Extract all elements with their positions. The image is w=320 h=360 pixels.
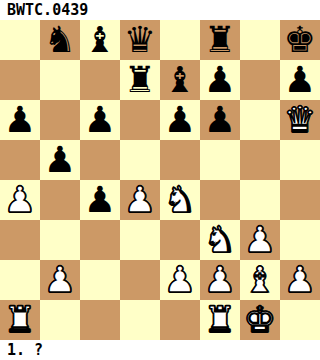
square-f3[interactable]: ♞ [200, 220, 240, 260]
square-g6[interactable] [240, 100, 280, 140]
square-f2[interactable]: ♟ [200, 260, 240, 300]
square-b2[interactable]: ♟ [40, 260, 80, 300]
black-knight[interactable]: ♞ [44, 20, 76, 60]
square-e4[interactable]: ♞ [160, 180, 200, 220]
black-pawn[interactable]: ♟ [164, 100, 196, 140]
white-pawn[interactable]: ♟ [164, 260, 196, 300]
black-pawn[interactable]: ♟ [204, 100, 236, 140]
square-c7[interactable] [80, 60, 120, 100]
square-d7[interactable]: ♜ [120, 60, 160, 100]
white-queen[interactable]: ♛ [284, 100, 316, 140]
square-h3[interactable] [280, 220, 320, 260]
black-bishop[interactable]: ♝ [84, 20, 116, 60]
square-c3[interactable] [80, 220, 120, 260]
square-f8[interactable]: ♜ [200, 20, 240, 60]
white-pawn[interactable]: ♟ [244, 220, 276, 260]
square-c5[interactable] [80, 140, 120, 180]
square-b5[interactable]: ♟ [40, 140, 80, 180]
black-pawn[interactable]: ♟ [84, 100, 116, 140]
white-rook[interactable]: ♜ [4, 300, 36, 340]
square-a8[interactable] [0, 20, 40, 60]
white-rook[interactable]: ♜ [204, 300, 236, 340]
square-d8[interactable]: ♛ [120, 20, 160, 60]
square-c1[interactable] [80, 300, 120, 340]
black-pawn[interactable]: ♟ [44, 140, 76, 180]
square-d5[interactable] [120, 140, 160, 180]
white-pawn[interactable]: ♟ [44, 260, 76, 300]
square-h8[interactable]: ♚ [280, 20, 320, 60]
black-pawn[interactable]: ♟ [4, 100, 36, 140]
square-a7[interactable] [0, 60, 40, 100]
square-d3[interactable] [120, 220, 160, 260]
white-bishop[interactable]: ♝ [244, 260, 276, 300]
square-f1[interactable]: ♜ [200, 300, 240, 340]
square-d4[interactable]: ♟ [120, 180, 160, 220]
white-pawn[interactable]: ♟ [124, 180, 156, 220]
square-c2[interactable] [80, 260, 120, 300]
black-rook[interactable]: ♜ [204, 20, 236, 60]
square-d1[interactable] [120, 300, 160, 340]
square-a3[interactable] [0, 220, 40, 260]
square-b3[interactable] [40, 220, 80, 260]
black-pawn[interactable]: ♟ [284, 60, 316, 100]
square-a4[interactable]: ♟ [0, 180, 40, 220]
square-e7[interactable]: ♝ [160, 60, 200, 100]
square-g2[interactable]: ♝ [240, 260, 280, 300]
square-c4[interactable]: ♟ [80, 180, 120, 220]
square-h2[interactable]: ♟ [280, 260, 320, 300]
square-e3[interactable] [160, 220, 200, 260]
move-prompt: 1. ? [0, 340, 43, 360]
white-pawn[interactable]: ♟ [204, 260, 236, 300]
square-e6[interactable]: ♟ [160, 100, 200, 140]
square-g8[interactable] [240, 20, 280, 60]
square-e8[interactable] [160, 20, 200, 60]
square-g4[interactable] [240, 180, 280, 220]
chess-board: ♞♝♛♜♚♜♝♟♟♟♟♟♟♛♟♟♟♟♞♞♟♟♟♟♝♟♜♜♚ [0, 20, 320, 340]
white-king[interactable]: ♚ [244, 300, 276, 340]
square-c6[interactable]: ♟ [80, 100, 120, 140]
square-c8[interactable]: ♝ [80, 20, 120, 60]
black-queen[interactable]: ♛ [124, 20, 156, 60]
black-rook[interactable]: ♜ [124, 60, 156, 100]
diagram-footer: 1. ? [0, 340, 320, 360]
square-g3[interactable]: ♟ [240, 220, 280, 260]
square-e1[interactable] [160, 300, 200, 340]
square-b7[interactable] [40, 60, 80, 100]
square-h7[interactable]: ♟ [280, 60, 320, 100]
square-b1[interactable] [40, 300, 80, 340]
square-a2[interactable] [0, 260, 40, 300]
square-g7[interactable] [240, 60, 280, 100]
square-d2[interactable] [120, 260, 160, 300]
diagram-header: BWTC.0439 [0, 0, 320, 20]
square-b6[interactable] [40, 100, 80, 140]
square-b4[interactable] [40, 180, 80, 220]
white-pawn[interactable]: ♟ [284, 260, 316, 300]
white-knight[interactable]: ♞ [204, 220, 236, 260]
square-f7[interactable]: ♟ [200, 60, 240, 100]
square-a1[interactable]: ♜ [0, 300, 40, 340]
black-pawn[interactable]: ♟ [84, 180, 116, 220]
puzzle-title: BWTC.0439 [0, 0, 88, 20]
square-f6[interactable]: ♟ [200, 100, 240, 140]
black-king[interactable]: ♚ [284, 20, 316, 60]
square-d6[interactable] [120, 100, 160, 140]
square-h6[interactable]: ♛ [280, 100, 320, 140]
square-b8[interactable]: ♞ [40, 20, 80, 60]
square-f4[interactable] [200, 180, 240, 220]
square-f5[interactable] [200, 140, 240, 180]
white-knight[interactable]: ♞ [164, 180, 196, 220]
square-h4[interactable] [280, 180, 320, 220]
square-h5[interactable] [280, 140, 320, 180]
square-e5[interactable] [160, 140, 200, 180]
square-e2[interactable]: ♟ [160, 260, 200, 300]
square-g5[interactable] [240, 140, 280, 180]
square-h1[interactable] [280, 300, 320, 340]
white-pawn[interactable]: ♟ [4, 180, 36, 220]
black-bishop[interactable]: ♝ [164, 60, 196, 100]
square-a5[interactable] [0, 140, 40, 180]
black-pawn[interactable]: ♟ [204, 60, 236, 100]
square-a6[interactable]: ♟ [0, 100, 40, 140]
square-g1[interactable]: ♚ [240, 300, 280, 340]
